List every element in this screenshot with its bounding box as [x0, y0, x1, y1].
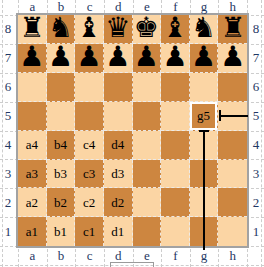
square-h1[interactable] — [218, 217, 247, 246]
square-name-label-b1: b1 — [54, 225, 67, 238]
square-f1[interactable] — [161, 217, 190, 246]
square-name-label-g5: g5 — [197, 109, 210, 122]
square-d1[interactable]: d1 — [104, 217, 133, 246]
piece-black-rook: ♜ — [220, 14, 245, 42]
square-e4[interactable] — [133, 131, 162, 160]
file-label-top-h: h — [218, 0, 247, 13]
piece-black-knight: ♞ — [191, 14, 216, 42]
rank-label-right-8: 8 — [248, 15, 264, 44]
square-a2[interactable]: a2 — [18, 188, 47, 217]
file-label-bottom-g: g — [190, 249, 219, 262]
square-b6[interactable] — [47, 73, 76, 102]
rank-arrow-line — [220, 115, 248, 117]
square-d4[interactable]: d4 — [104, 131, 133, 160]
square-name-label-a2: a2 — [26, 196, 38, 209]
file-label-top-e: e — [133, 0, 162, 13]
piece-black-queen: ♛ — [105, 14, 130, 42]
square-name-label-c4: c4 — [83, 138, 95, 151]
rank-label-left-6: 6 — [0, 73, 16, 102]
square-e7[interactable]: ♟ — [133, 44, 162, 73]
square-g5[interactable]: g5 — [190, 102, 219, 131]
square-name-label-c3: c3 — [83, 167, 95, 180]
piece-black-pawn: ♟ — [134, 43, 159, 71]
chess-board: ♜♞♝♛♚♝♞♜♟♟♟♟♟♟♟♟g5a4b4c4d4a3b3c3d3a2b2c2… — [16, 13, 249, 248]
square-b4[interactable]: b4 — [47, 131, 76, 160]
file-label-top-d: d — [104, 0, 133, 13]
square-g7[interactable]: ♟ — [190, 44, 219, 73]
square-e5[interactable] — [133, 102, 162, 131]
rank-label-right-2: 2 — [248, 188, 264, 217]
square-a6[interactable] — [18, 73, 47, 102]
square-h4[interactable] — [218, 131, 247, 160]
square-d2[interactable]: d2 — [104, 188, 133, 217]
rank-label-left-8: 8 — [0, 15, 16, 44]
square-e3[interactable] — [133, 160, 162, 189]
square-g6[interactable] — [190, 73, 219, 102]
square-a4[interactable]: a4 — [18, 131, 47, 160]
square-f6[interactable] — [161, 73, 190, 102]
square-name-label-a4: a4 — [26, 138, 38, 151]
square-a5[interactable] — [18, 102, 47, 131]
square-d5[interactable] — [104, 102, 133, 131]
square-d6[interactable] — [104, 73, 133, 102]
file-label-top-b: b — [47, 0, 76, 13]
piece-black-pawn: ♟ — [162, 43, 187, 71]
rank-label-left-2: 2 — [0, 188, 16, 217]
square-name-label-b4: b4 — [54, 138, 67, 151]
file-label-bottom-d: d — [104, 249, 133, 262]
file-label-bottom-b: b — [47, 249, 76, 262]
file-label-bottom-a: a — [18, 249, 47, 262]
piece-black-pawn: ♟ — [48, 43, 73, 71]
piece-black-bishop: ♝ — [77, 14, 102, 42]
square-a7[interactable]: ♟ — [18, 44, 47, 73]
piece-black-pawn: ♟ — [220, 43, 245, 71]
square-f3[interactable] — [161, 160, 190, 189]
square-d3[interactable]: d3 — [104, 160, 133, 189]
rank-label-right-1: 1 — [248, 217, 264, 246]
square-c7[interactable]: ♟ — [75, 44, 104, 73]
piece-black-pawn: ♟ — [191, 43, 216, 71]
chess-coordinates-diagram: ♜♞♝♛♚♝♞♜♟♟♟♟♟♟♟♟g5a4b4c4d4a3b3c3d3a2b2c2… — [0, 0, 264, 267]
piece-black-king: ♚ — [134, 14, 159, 42]
piece-black-pawn: ♟ — [19, 43, 44, 71]
square-d7[interactable]: ♟ — [104, 44, 133, 73]
rank-label-right-4: 4 — [248, 131, 264, 160]
square-b7[interactable]: ♟ — [47, 44, 76, 73]
rank-label-left-1: 1 — [0, 217, 16, 246]
square-name-label-c2: c2 — [83, 196, 95, 209]
rank-label-right-6: 6 — [248, 73, 264, 102]
square-h7[interactable]: ♟ — [218, 44, 247, 73]
square-c5[interactable] — [75, 102, 104, 131]
square-e2[interactable] — [133, 188, 162, 217]
square-c3[interactable]: c3 — [75, 160, 104, 189]
square-e1[interactable] — [133, 217, 162, 246]
square-f2[interactable] — [161, 188, 190, 217]
file-label-bottom-c: c — [75, 249, 104, 262]
file-label-top-f: f — [161, 0, 190, 13]
rank-label-right-7: 7 — [248, 44, 264, 73]
piece-black-rook: ♜ — [19, 14, 44, 42]
square-name-label-d1: d1 — [111, 225, 124, 238]
rank-label-right-5: 5 — [248, 102, 264, 131]
piece-black-knight: ♞ — [48, 14, 73, 42]
square-name-label-a1: a1 — [26, 225, 38, 238]
square-f7[interactable]: ♟ — [161, 44, 190, 73]
square-name-label-d2: d2 — [111, 196, 124, 209]
square-name-label-d4: d4 — [111, 138, 124, 151]
square-name-label-a3: a3 — [26, 167, 38, 180]
file-label-top-c: c — [75, 0, 104, 13]
rank-label-left-5: 5 — [0, 102, 16, 131]
rank-label-right-3: 3 — [248, 159, 264, 188]
square-c6[interactable] — [75, 73, 104, 102]
piece-black-bishop: ♝ — [162, 14, 187, 42]
square-h2[interactable] — [218, 188, 247, 217]
file-label-bottom-h: h — [218, 249, 247, 262]
file-arrow-line — [203, 131, 205, 250]
square-b3[interactable]: b3 — [47, 160, 76, 189]
square-name-label-d3: d3 — [111, 167, 124, 180]
square-a1[interactable]: a1 — [18, 217, 47, 246]
rank-label-left-7: 7 — [0, 44, 16, 73]
file-label-top-a: a — [18, 0, 47, 13]
file-label-top-g: g — [190, 0, 219, 13]
rank-label-left-3: 3 — [0, 159, 16, 188]
square-h6[interactable] — [218, 73, 247, 102]
square-b1[interactable]: b1 — [47, 217, 76, 246]
file-label-bottom-e: e — [133, 249, 162, 262]
square-name-label-b2: b2 — [54, 196, 67, 209]
file-label-bottom-f: f — [161, 249, 190, 262]
square-name-label-b3: b3 — [54, 167, 67, 180]
square-f4[interactable] — [161, 131, 190, 160]
rank-label-left-4: 4 — [0, 131, 16, 160]
square-name-label-c1: c1 — [83, 225, 95, 238]
piece-black-pawn: ♟ — [77, 43, 102, 71]
square-f5[interactable] — [161, 102, 190, 131]
square-b2[interactable]: b2 — [47, 188, 76, 217]
square-c2[interactable]: c2 — [75, 188, 104, 217]
piece-black-pawn: ♟ — [105, 43, 130, 71]
square-b5[interactable] — [47, 102, 76, 131]
square-c4[interactable]: c4 — [75, 131, 104, 160]
square-e6[interactable] — [133, 73, 162, 102]
square-c1[interactable]: c1 — [75, 217, 104, 246]
square-h3[interactable] — [218, 160, 247, 189]
square-a3[interactable]: a3 — [18, 160, 47, 189]
